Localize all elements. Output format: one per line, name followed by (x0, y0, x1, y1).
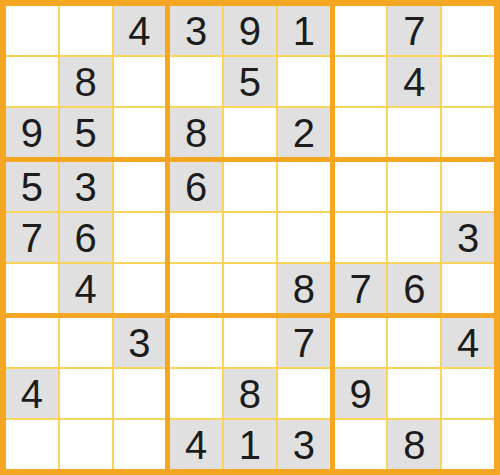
sudoku-box-4: 53764 (6, 162, 165, 313)
sudoku-box-2: 391582 (170, 6, 329, 157)
sudoku-cell-r1c3: 4 (114, 6, 166, 55)
sudoku-cell-r8c1: 4 (6, 369, 58, 418)
sudoku-cell-r5c6[interactable] (278, 213, 330, 262)
sudoku-box-8: 78413 (170, 318, 329, 469)
sudoku-cell-r4c3[interactable] (114, 162, 166, 211)
sudoku-cell-r4c4: 6 (170, 162, 222, 211)
sudoku-cell-r6c9[interactable] (442, 264, 494, 313)
sudoku-cell-r7c2[interactable] (60, 318, 112, 367)
sudoku-cell-r1c1[interactable] (6, 6, 58, 55)
sudoku-cell-r6c1[interactable] (6, 264, 58, 313)
sudoku-cell-r5c2: 6 (60, 213, 112, 262)
sudoku-cell-r3c9[interactable] (442, 108, 494, 157)
sudoku-cell-r3c1: 9 (6, 108, 58, 157)
sudoku-cell-r7c4[interactable] (170, 318, 222, 367)
sudoku-cell-r5c1: 7 (6, 213, 58, 262)
sudoku-cell-r6c5[interactable] (224, 264, 276, 313)
sudoku-cell-r9c9[interactable] (442, 420, 494, 469)
sudoku-cell-r2c2: 8 (60, 57, 112, 106)
sudoku-box-1: 4895 (6, 6, 165, 157)
sudoku-cell-r6c3[interactable] (114, 264, 166, 313)
sudoku-cell-r6c7: 7 (335, 264, 387, 313)
sudoku-cell-r8c9[interactable] (442, 369, 494, 418)
sudoku-cell-r4c2: 3 (60, 162, 112, 211)
sudoku-cell-r4c1: 5 (6, 162, 58, 211)
sudoku-board: 4895 391582 74 53764 68 376 34 78413 498 (0, 0, 500, 475)
sudoku-cell-r3c2: 5 (60, 108, 112, 157)
sudoku-cell-r7c8[interactable] (388, 318, 440, 367)
sudoku-cell-r6c2: 4 (60, 264, 112, 313)
sudoku-cell-r2c8: 4 (388, 57, 440, 106)
sudoku-cell-r5c4[interactable] (170, 213, 222, 262)
sudoku-cell-r7c5[interactable] (224, 318, 276, 367)
sudoku-cell-r6c6: 8 (278, 264, 330, 313)
sudoku-cell-r2c9[interactable] (442, 57, 494, 106)
sudoku-cell-r9c2[interactable] (60, 420, 112, 469)
sudoku-cell-r3c7[interactable] (335, 108, 387, 157)
sudoku-cell-r4c8[interactable] (388, 162, 440, 211)
sudoku-cell-r8c6[interactable] (278, 369, 330, 418)
sudoku-cell-r2c3[interactable] (114, 57, 166, 106)
sudoku-cell-r9c8: 8 (388, 420, 440, 469)
sudoku-cell-r3c8[interactable] (388, 108, 440, 157)
sudoku-cell-r3c3[interactable] (114, 108, 166, 157)
sudoku-cell-r2c4[interactable] (170, 57, 222, 106)
sudoku-cell-r5c3[interactable] (114, 213, 166, 262)
sudoku-cell-r8c5: 8 (224, 369, 276, 418)
sudoku-cell-r8c4[interactable] (170, 369, 222, 418)
sudoku-cell-r1c2[interactable] (60, 6, 112, 55)
sudoku-cell-r1c7[interactable] (335, 6, 387, 55)
sudoku-cell-r9c1[interactable] (6, 420, 58, 469)
sudoku-cell-r1c6: 1 (278, 6, 330, 55)
sudoku-cell-r8c8[interactable] (388, 369, 440, 418)
sudoku-cell-r9c6: 3 (278, 420, 330, 469)
sudoku-cell-r7c9: 4 (442, 318, 494, 367)
sudoku-cell-r5c7[interactable] (335, 213, 387, 262)
sudoku-cell-r1c5: 9 (224, 6, 276, 55)
sudoku-cell-r1c4: 3 (170, 6, 222, 55)
sudoku-cell-r2c1[interactable] (6, 57, 58, 106)
sudoku-box-9: 498 (335, 318, 494, 469)
sudoku-box-5: 68 (170, 162, 329, 313)
sudoku-cell-r1c9[interactable] (442, 6, 494, 55)
sudoku-cell-r4c6[interactable] (278, 162, 330, 211)
sudoku-cell-r4c9[interactable] (442, 162, 494, 211)
sudoku-box-3: 74 (335, 6, 494, 157)
sudoku-cell-r9c3[interactable] (114, 420, 166, 469)
sudoku-cell-r7c7[interactable] (335, 318, 387, 367)
sudoku-cell-r8c7: 9 (335, 369, 387, 418)
sudoku-cell-r5c5[interactable] (224, 213, 276, 262)
sudoku-cell-r9c5: 1 (224, 420, 276, 469)
sudoku-cell-r8c3[interactable] (114, 369, 166, 418)
sudoku-cell-r2c5: 5 (224, 57, 276, 106)
sudoku-cell-r3c6: 2 (278, 108, 330, 157)
sudoku-cell-r9c7[interactable] (335, 420, 387, 469)
sudoku-cell-r2c6[interactable] (278, 57, 330, 106)
sudoku-cell-r4c5[interactable] (224, 162, 276, 211)
sudoku-cell-r5c9: 3 (442, 213, 494, 262)
sudoku-cell-r2c7[interactable] (335, 57, 387, 106)
sudoku-cell-r6c8: 6 (388, 264, 440, 313)
sudoku-cell-r6c4[interactable] (170, 264, 222, 313)
sudoku-cell-r3c4: 8 (170, 108, 222, 157)
sudoku-cell-r3c5[interactable] (224, 108, 276, 157)
sudoku-cell-r7c3: 3 (114, 318, 166, 367)
sudoku-cell-r7c6: 7 (278, 318, 330, 367)
sudoku-box-7: 34 (6, 318, 165, 469)
sudoku-cell-r1c8: 7 (388, 6, 440, 55)
sudoku-box-6: 376 (335, 162, 494, 313)
sudoku-cell-r5c8[interactable] (388, 213, 440, 262)
sudoku-cell-r4c7[interactable] (335, 162, 387, 211)
sudoku-cell-r9c4: 4 (170, 420, 222, 469)
sudoku-cell-r8c2[interactable] (60, 369, 112, 418)
sudoku-cell-r7c1[interactable] (6, 318, 58, 367)
